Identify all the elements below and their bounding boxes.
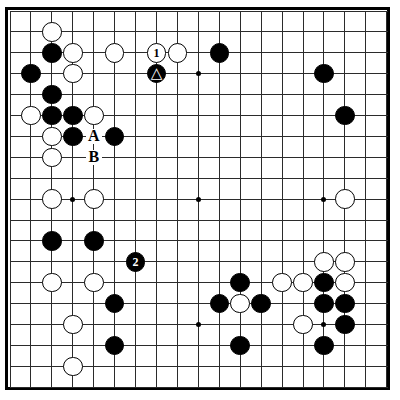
black-stone	[84, 231, 104, 251]
black-stone	[335, 315, 355, 335]
move-number: 1	[148, 44, 166, 62]
black-stone	[42, 85, 62, 105]
black-stone	[314, 64, 334, 84]
grid-line	[10, 178, 388, 179]
white-stone	[293, 315, 313, 335]
white-stone: 1	[147, 43, 167, 63]
grid-line	[10, 11, 388, 12]
star-point	[70, 197, 75, 202]
grid-line	[177, 11, 178, 388]
white-stone	[63, 315, 83, 335]
white-stone	[21, 106, 41, 126]
white-stone	[63, 43, 83, 63]
grid-line	[10, 220, 388, 221]
white-stone	[314, 252, 334, 272]
white-stone	[63, 357, 83, 377]
white-stone	[42, 189, 62, 209]
white-stone	[168, 43, 188, 63]
grid-line	[10, 387, 388, 388]
grid-line	[10, 11, 11, 388]
black-stone	[210, 43, 230, 63]
black-stone	[335, 106, 355, 126]
grid-line	[135, 11, 136, 388]
white-stone	[42, 127, 62, 147]
black-stone	[314, 273, 334, 293]
black-stone	[230, 336, 250, 356]
black-stone: 2	[126, 252, 146, 272]
white-stone	[84, 273, 104, 293]
white-stone	[293, 273, 313, 293]
black-stone	[335, 294, 355, 314]
grid-line	[261, 11, 262, 388]
move-number: 2	[127, 253, 145, 271]
black-stone	[63, 106, 83, 126]
black-stone	[314, 294, 334, 314]
white-stone	[335, 189, 355, 209]
white-stone	[105, 43, 125, 63]
grid-line	[10, 94, 388, 95]
white-stone	[42, 273, 62, 293]
point-label: A	[86, 129, 102, 144]
grid-line	[365, 11, 366, 388]
white-stone	[63, 64, 83, 84]
grid-line	[386, 11, 387, 388]
white-stone	[335, 273, 355, 293]
grid-line	[10, 157, 388, 158]
black-stone: △	[147, 64, 167, 84]
black-stone	[42, 231, 62, 251]
white-stone	[42, 22, 62, 42]
go-board-diagram: 1△2AB	[0, 0, 400, 400]
black-stone	[42, 43, 62, 63]
white-stone	[42, 148, 62, 168]
white-stone	[84, 106, 104, 126]
black-stone	[63, 127, 83, 147]
black-stone	[42, 106, 62, 126]
black-stone	[314, 336, 334, 356]
white-stone	[335, 252, 355, 272]
star-point	[196, 197, 201, 202]
black-stone	[21, 64, 41, 84]
grid-line	[10, 31, 388, 32]
star-point	[196, 322, 201, 327]
point-label: B	[86, 150, 102, 165]
triangle-marker-icon: △	[148, 65, 166, 83]
white-stone	[84, 189, 104, 209]
grid-line	[10, 240, 388, 241]
grid-line	[240, 11, 241, 388]
grid-line	[114, 11, 115, 388]
grid-line	[282, 11, 283, 388]
grid-line	[219, 11, 220, 388]
